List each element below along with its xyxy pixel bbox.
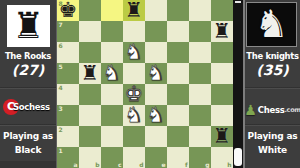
- square-f2[interactable]: [167, 126, 189, 147]
- square-d6[interactable]: ♞: [123, 42, 145, 63]
- square-h5[interactable]: [211, 63, 233, 84]
- rank-label-2: 2: [59, 126, 63, 133]
- white-knight-c5: ♞: [103, 63, 122, 84]
- square-f1[interactable]: f: [167, 147, 189, 168]
- square-b4[interactable]: [79, 84, 101, 105]
- square-g2[interactable]: [189, 126, 211, 147]
- black-rook-tile: ♜: [7, 5, 50, 47]
- square-f8[interactable]: [167, 0, 189, 21]
- square-e3[interactable]: ♞: [145, 105, 167, 126]
- left-playing-as-color: Black: [0, 145, 56, 155]
- square-c2[interactable]: [101, 126, 123, 147]
- square-b7[interactable]: [79, 21, 101, 42]
- file-label-c: c: [118, 161, 122, 168]
- file-label-d: d: [139, 161, 143, 168]
- black-rook-h7: ♜: [213, 21, 232, 42]
- white-king-d4: ♚: [125, 84, 144, 105]
- square-a7[interactable]: 7: [57, 21, 79, 42]
- square-h4[interactable]: [211, 84, 233, 105]
- square-c8[interactable]: [101, 0, 123, 21]
- left-team-score: (27): [0, 62, 56, 78]
- square-f4[interactable]: [167, 84, 189, 105]
- square-e5[interactable]: ♞: [145, 63, 167, 84]
- square-f6[interactable]: [167, 42, 189, 63]
- square-g1[interactable]: g: [189, 147, 211, 168]
- square-d8[interactable]: ♜: [123, 0, 145, 21]
- rank-label-8: 8: [59, 0, 63, 7]
- right-team-score: (35): [245, 62, 300, 78]
- square-c4[interactable]: [101, 84, 123, 105]
- right-divider-bottom: [245, 124, 300, 126]
- white-knight-e5: ♞: [147, 63, 166, 84]
- black-rook-h2: ♜: [213, 126, 232, 147]
- square-c6[interactable]: [101, 42, 123, 63]
- left-divider-top: [0, 87, 56, 89]
- black-rook-d8: ♜: [125, 0, 144, 21]
- square-a8[interactable]: 8♚: [57, 0, 79, 21]
- square-a1[interactable]: 1a: [57, 147, 79, 168]
- green-pawn-icon: ♟: [244, 100, 257, 120]
- square-c1[interactable]: c: [101, 147, 123, 168]
- rank-label-5: 5: [59, 63, 63, 70]
- sochess-logo-text: Sochess: [13, 102, 50, 112]
- sochess-logo: C Sochess: [0, 96, 56, 122]
- square-a2[interactable]: 2: [57, 126, 79, 147]
- file-label-g: g: [205, 161, 209, 168]
- square-e1[interactable]: e: [145, 147, 167, 168]
- left-playing-as-label: Playing as: [0, 131, 56, 141]
- square-a6[interactable]: 6: [57, 42, 79, 63]
- chesscom-brand-text: Chess: [258, 105, 285, 115]
- rank-label-7: 7: [59, 21, 63, 28]
- square-d4[interactable]: ♚: [123, 84, 145, 105]
- square-e2[interactable]: [145, 126, 167, 147]
- left-panel-bottom-shade: [0, 161, 56, 168]
- square-h8[interactable]: [211, 0, 233, 21]
- square-c5[interactable]: ♞: [101, 63, 123, 84]
- square-h6[interactable]: [211, 42, 233, 63]
- right-team-name: The knights: [245, 51, 300, 61]
- white-knight-tile: ♞: [246, 2, 297, 47]
- chesscom-brand-suffix: .com: [284, 106, 300, 114]
- left-team-panel: ♜ The Rooks (27) C Sochess Playing as Bl…: [0, 0, 57, 168]
- rank-label-3: 3: [59, 105, 63, 112]
- square-h1[interactable]: h: [211, 147, 233, 168]
- square-f3[interactable]: [167, 105, 189, 126]
- square-c3[interactable]: [101, 105, 123, 126]
- scrollbar-top-dash: [235, 1, 241, 3]
- right-team-panel: ♞ The knights (35) ♟ Chess .com Playing …: [245, 0, 300, 168]
- file-label-h: h: [227, 161, 231, 168]
- rank-label-6: 6: [59, 42, 63, 49]
- square-g5[interactable]: [189, 63, 211, 84]
- square-e8[interactable]: [145, 0, 167, 21]
- square-g7[interactable]: [189, 21, 211, 42]
- square-f5[interactable]: [167, 63, 189, 84]
- square-e6[interactable]: [145, 42, 167, 63]
- square-d3[interactable]: ♞: [123, 105, 145, 126]
- file-label-b: b: [95, 161, 99, 168]
- board-scrollbar-track[interactable]: [233, 0, 243, 168]
- square-g4[interactable]: [189, 84, 211, 105]
- square-a5[interactable]: 5: [57, 63, 79, 84]
- square-g8[interactable]: [189, 0, 211, 21]
- square-d5[interactable]: [123, 63, 145, 84]
- scrollbar-thumb[interactable]: [234, 148, 242, 166]
- square-a4[interactable]: 4: [57, 84, 79, 105]
- square-b5[interactable]: ♜: [79, 63, 101, 84]
- square-f7[interactable]: [167, 21, 189, 42]
- square-d7[interactable]: [123, 21, 145, 42]
- square-a3[interactable]: 3: [57, 105, 79, 126]
- square-e4[interactable]: [145, 84, 167, 105]
- square-d1[interactable]: d: [123, 147, 145, 168]
- left-team-name: The Rooks: [0, 51, 56, 61]
- square-b1[interactable]: b: [79, 147, 101, 168]
- right-playing-as-label: Playing as: [245, 131, 300, 141]
- left-divider-bottom: [0, 124, 56, 126]
- black-rook-b5: ♜: [81, 63, 100, 84]
- right-divider-top: [245, 87, 300, 89]
- square-g6[interactable]: [189, 42, 211, 63]
- square-b8[interactable]: [79, 0, 101, 21]
- square-b6[interactable]: [79, 42, 101, 63]
- right-playing-as-color: White: [245, 145, 300, 155]
- rank-label-4: 4: [59, 84, 63, 91]
- square-c7[interactable]: [101, 21, 123, 42]
- square-h7[interactable]: ♜: [211, 21, 233, 42]
- file-label-a: a: [73, 161, 77, 168]
- black-rook-icon: ♜: [12, 5, 44, 47]
- white-knight-e3: ♞: [147, 105, 166, 126]
- square-e7[interactable]: [145, 21, 167, 42]
- square-h3[interactable]: [211, 105, 233, 126]
- square-h2[interactable]: ♜: [211, 126, 233, 147]
- square-b2[interactable]: [79, 126, 101, 147]
- chess-board[interactable]: 8♚♜7♜6♞5♜♞♞4♚3♞♞2♜1abcdefgh: [57, 0, 233, 168]
- square-d2[interactable]: [123, 126, 145, 147]
- square-g3[interactable]: [189, 105, 211, 126]
- file-label-e: e: [161, 161, 165, 168]
- file-label-f: f: [185, 161, 188, 168]
- white-knight-icon: ♞: [254, 2, 288, 47]
- square-b3[interactable]: [79, 105, 101, 126]
- white-knight-d3: ♞: [125, 105, 144, 126]
- chesscom-logo: ♟ Chess .com: [245, 98, 300, 122]
- white-knight-d6: ♞: [125, 42, 144, 63]
- rank-label-1: 1: [59, 147, 63, 154]
